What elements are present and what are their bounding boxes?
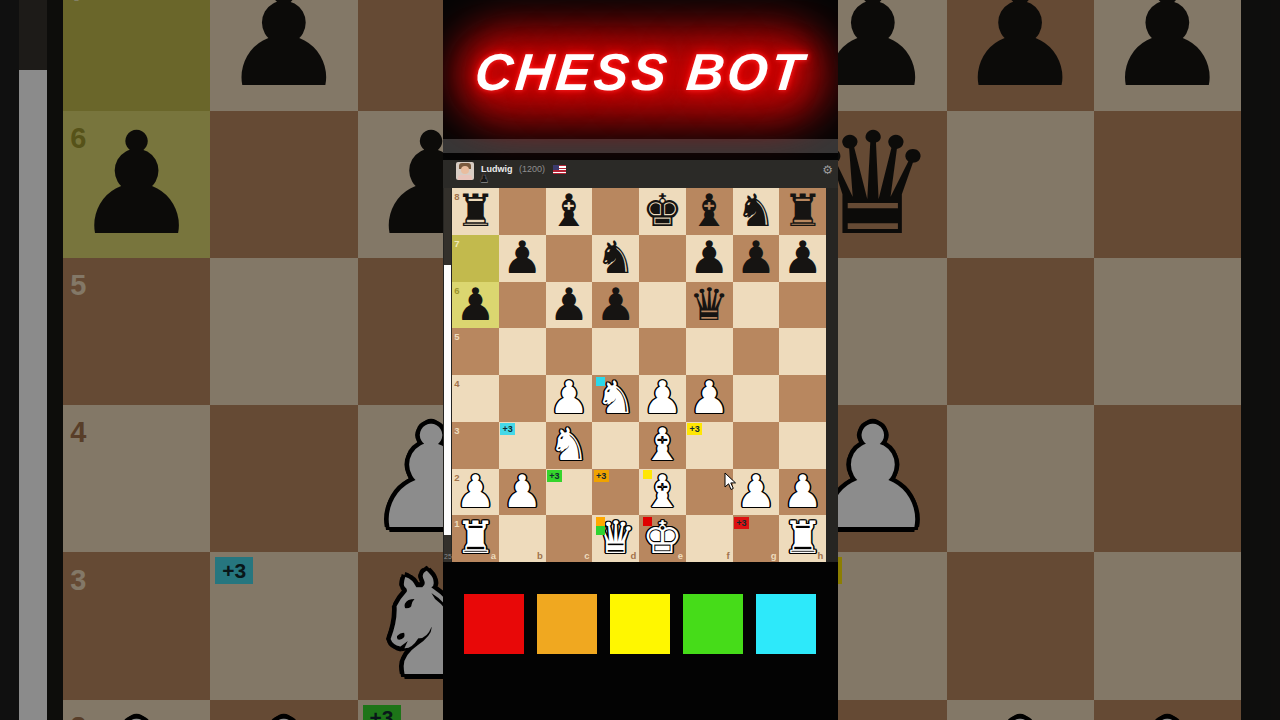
black-pawn-b7: ♟ [499, 235, 546, 282]
black-queen-f6: ♛ [686, 282, 733, 329]
rank-label-1: 1 [454, 519, 459, 529]
square-g3[interactable] [733, 422, 780, 469]
chess-app-window: Ludwig (1200) ♟ ⚙ 25 ♜8♝♚♝♞♜7♟♞♟♟♟♟6♟♟♛5… [443, 160, 838, 562]
square-g2[interactable]: ♟ [733, 469, 780, 516]
rank-label-6: 6 [454, 286, 459, 296]
mark-d1-1 [596, 526, 605, 535]
square-h1[interactable]: ♜h [779, 515, 826, 562]
square-e7[interactable] [639, 235, 686, 282]
square-e6[interactable] [639, 282, 686, 329]
black-knight-d7: ♞ [592, 235, 639, 282]
square-e5[interactable] [639, 328, 686, 375]
eval-bar-white-fill [444, 265, 451, 535]
gear-icon[interactable]: ⚙ [822, 164, 833, 176]
square-c6[interactable]: ♟ [546, 282, 593, 329]
window-top-edge [443, 139, 838, 153]
palette-swatch-3[interactable] [683, 594, 743, 654]
player-header: Ludwig (1200) ♟ ⚙ [443, 160, 838, 188]
white-pawn-e4: ♟ [639, 375, 686, 422]
square-h5[interactable] [779, 328, 826, 375]
rank-label-4: 4 [454, 379, 459, 389]
eval-badge-g1: +3 [734, 517, 749, 529]
mark-d1-0 [596, 517, 605, 526]
square-c5[interactable] [546, 328, 593, 375]
white-knight-c3: ♞ [546, 422, 593, 469]
black-bishop-f8: ♝ [686, 188, 733, 235]
white-pawn-f4: ♟ [686, 375, 733, 422]
square-g6[interactable] [733, 282, 780, 329]
us-flag-icon [553, 165, 566, 174]
square-g4[interactable] [733, 375, 780, 422]
square-h2[interactable]: ♟ [779, 469, 826, 516]
us-flag-canton [553, 165, 559, 170]
rank-label-2: 2 [454, 473, 459, 483]
eval-badge-f3: +3 [687, 423, 702, 435]
center-panel: CHESS BOT Ludwig (1200) ♟ ⚙ 25 [443, 0, 838, 720]
square-d7[interactable]: ♞ [592, 235, 639, 282]
square-c7[interactable] [546, 235, 593, 282]
chess-board: ♜8♝♚♝♞♜7♟♞♟♟♟♟6♟♟♛54♟♞♟♟3♞♝♟2♟♝♟♟♜1abc♛d… [452, 188, 826, 562]
square-g5[interactable] [733, 328, 780, 375]
rank-label-5: 5 [454, 332, 459, 342]
palette-swatch-0[interactable] [464, 594, 524, 654]
square-h6[interactable] [779, 282, 826, 329]
eval-badge-b3: +3 [500, 423, 515, 435]
square-c1[interactable]: c [546, 515, 593, 562]
square-b7[interactable]: ♟ [499, 235, 546, 282]
square-c4[interactable]: ♟ [546, 375, 593, 422]
square-g8[interactable]: ♞ [733, 188, 780, 235]
file-label-h: h [817, 551, 823, 561]
square-b2[interactable]: ♟ [499, 469, 546, 516]
mark-d4 [596, 377, 605, 386]
avatar[interactable] [456, 162, 474, 180]
black-knight-g8: ♞ [733, 188, 780, 235]
square-a1[interactable]: ♜1a [452, 515, 499, 562]
eval-bar: 25 [444, 188, 451, 562]
square-e4[interactable]: ♟ [639, 375, 686, 422]
file-label-e: e [678, 551, 683, 561]
square-b1[interactable]: b [499, 515, 546, 562]
rank-label-3: 3 [454, 426, 459, 436]
black-pawn-f7: ♟ [686, 235, 733, 282]
square-g7[interactable]: ♟ [733, 235, 780, 282]
square-f1[interactable]: f [686, 515, 733, 562]
title-zone: CHESS BOT [443, 0, 838, 160]
square-a6[interactable]: ♟6 [452, 282, 499, 329]
square-h4[interactable] [779, 375, 826, 422]
palette-swatch-4[interactable] [756, 594, 816, 654]
black-pawn-h7: ♟ [779, 235, 826, 282]
avatar-face [461, 166, 469, 174]
rank-label-8: 8 [454, 192, 459, 202]
eval-badge-c2: +3 [547, 470, 562, 482]
square-h8[interactable]: ♜ [779, 188, 826, 235]
file-label-c: c [584, 551, 589, 561]
mouse-cursor [724, 472, 737, 491]
square-c8[interactable]: ♝ [546, 188, 593, 235]
square-d6[interactable]: ♟ [592, 282, 639, 329]
square-b4[interactable] [499, 375, 546, 422]
black-rook-h8: ♜ [779, 188, 826, 235]
square-e8[interactable]: ♚ [639, 188, 686, 235]
square-d3[interactable] [592, 422, 639, 469]
square-f8[interactable]: ♝ [686, 188, 733, 235]
white-pawn-c4: ♟ [546, 375, 593, 422]
white-pawn-g2: ♟ [733, 469, 780, 516]
eval-badge-d2: +3 [594, 470, 609, 482]
square-a4[interactable]: 4 [452, 375, 499, 422]
file-label-b: b [537, 551, 543, 561]
file-label-a: a [491, 551, 496, 561]
square-a3[interactable]: 3 [452, 422, 499, 469]
square-a8[interactable]: ♜8 [452, 188, 499, 235]
rank-label-7: 7 [454, 239, 459, 249]
square-b8[interactable] [499, 188, 546, 235]
white-pawn-h2: ♟ [779, 469, 826, 516]
avatar-shirt [458, 175, 472, 180]
file-label-g: g [771, 551, 777, 561]
square-f7[interactable]: ♟ [686, 235, 733, 282]
square-b6[interactable] [499, 282, 546, 329]
white-pawn-b2: ♟ [499, 469, 546, 516]
square-f5[interactable] [686, 328, 733, 375]
square-a2[interactable]: ♟2 [452, 469, 499, 516]
white-bishop-e3: ♝ [639, 422, 686, 469]
black-pawn-g7: ♟ [733, 235, 780, 282]
black-pawn-d6: ♟ [592, 282, 639, 329]
square-d8[interactable] [592, 188, 639, 235]
file-label-d: d [630, 551, 636, 561]
screenshot-stage: ♜8♝♚♝♞♜7♟♞♟♟♟♟6♟♟♛54♟♞♟♟3♞♝♟2♟♝♟♟♜1abc♛d… [0, 0, 1280, 720]
square-a7[interactable]: 7 [452, 235, 499, 282]
file-label-f: f [727, 551, 730, 561]
palette-swatch-1[interactable] [537, 594, 597, 654]
black-bishop-c8: ♝ [546, 188, 593, 235]
square-h7[interactable]: ♟ [779, 235, 826, 282]
black-king-e8: ♚ [639, 188, 686, 235]
palette-footer [443, 562, 838, 720]
square-a5[interactable]: 5 [452, 328, 499, 375]
square-d5[interactable] [592, 328, 639, 375]
square-e3[interactable]: ♝ [639, 422, 686, 469]
square-h3[interactable] [779, 422, 826, 469]
title-text: CHESS BOT [443, 40, 838, 104]
square-f6[interactable]: ♛ [686, 282, 733, 329]
mark-e2 [643, 470, 652, 479]
square-c3[interactable]: ♞ [546, 422, 593, 469]
square-b5[interactable] [499, 328, 546, 375]
black-pawn-c6: ♟ [546, 282, 593, 329]
palette-swatch-2[interactable] [610, 594, 670, 654]
square-f4[interactable]: ♟ [686, 375, 733, 422]
mark-e1 [643, 517, 652, 526]
player-rating: (1200) [519, 164, 545, 174]
